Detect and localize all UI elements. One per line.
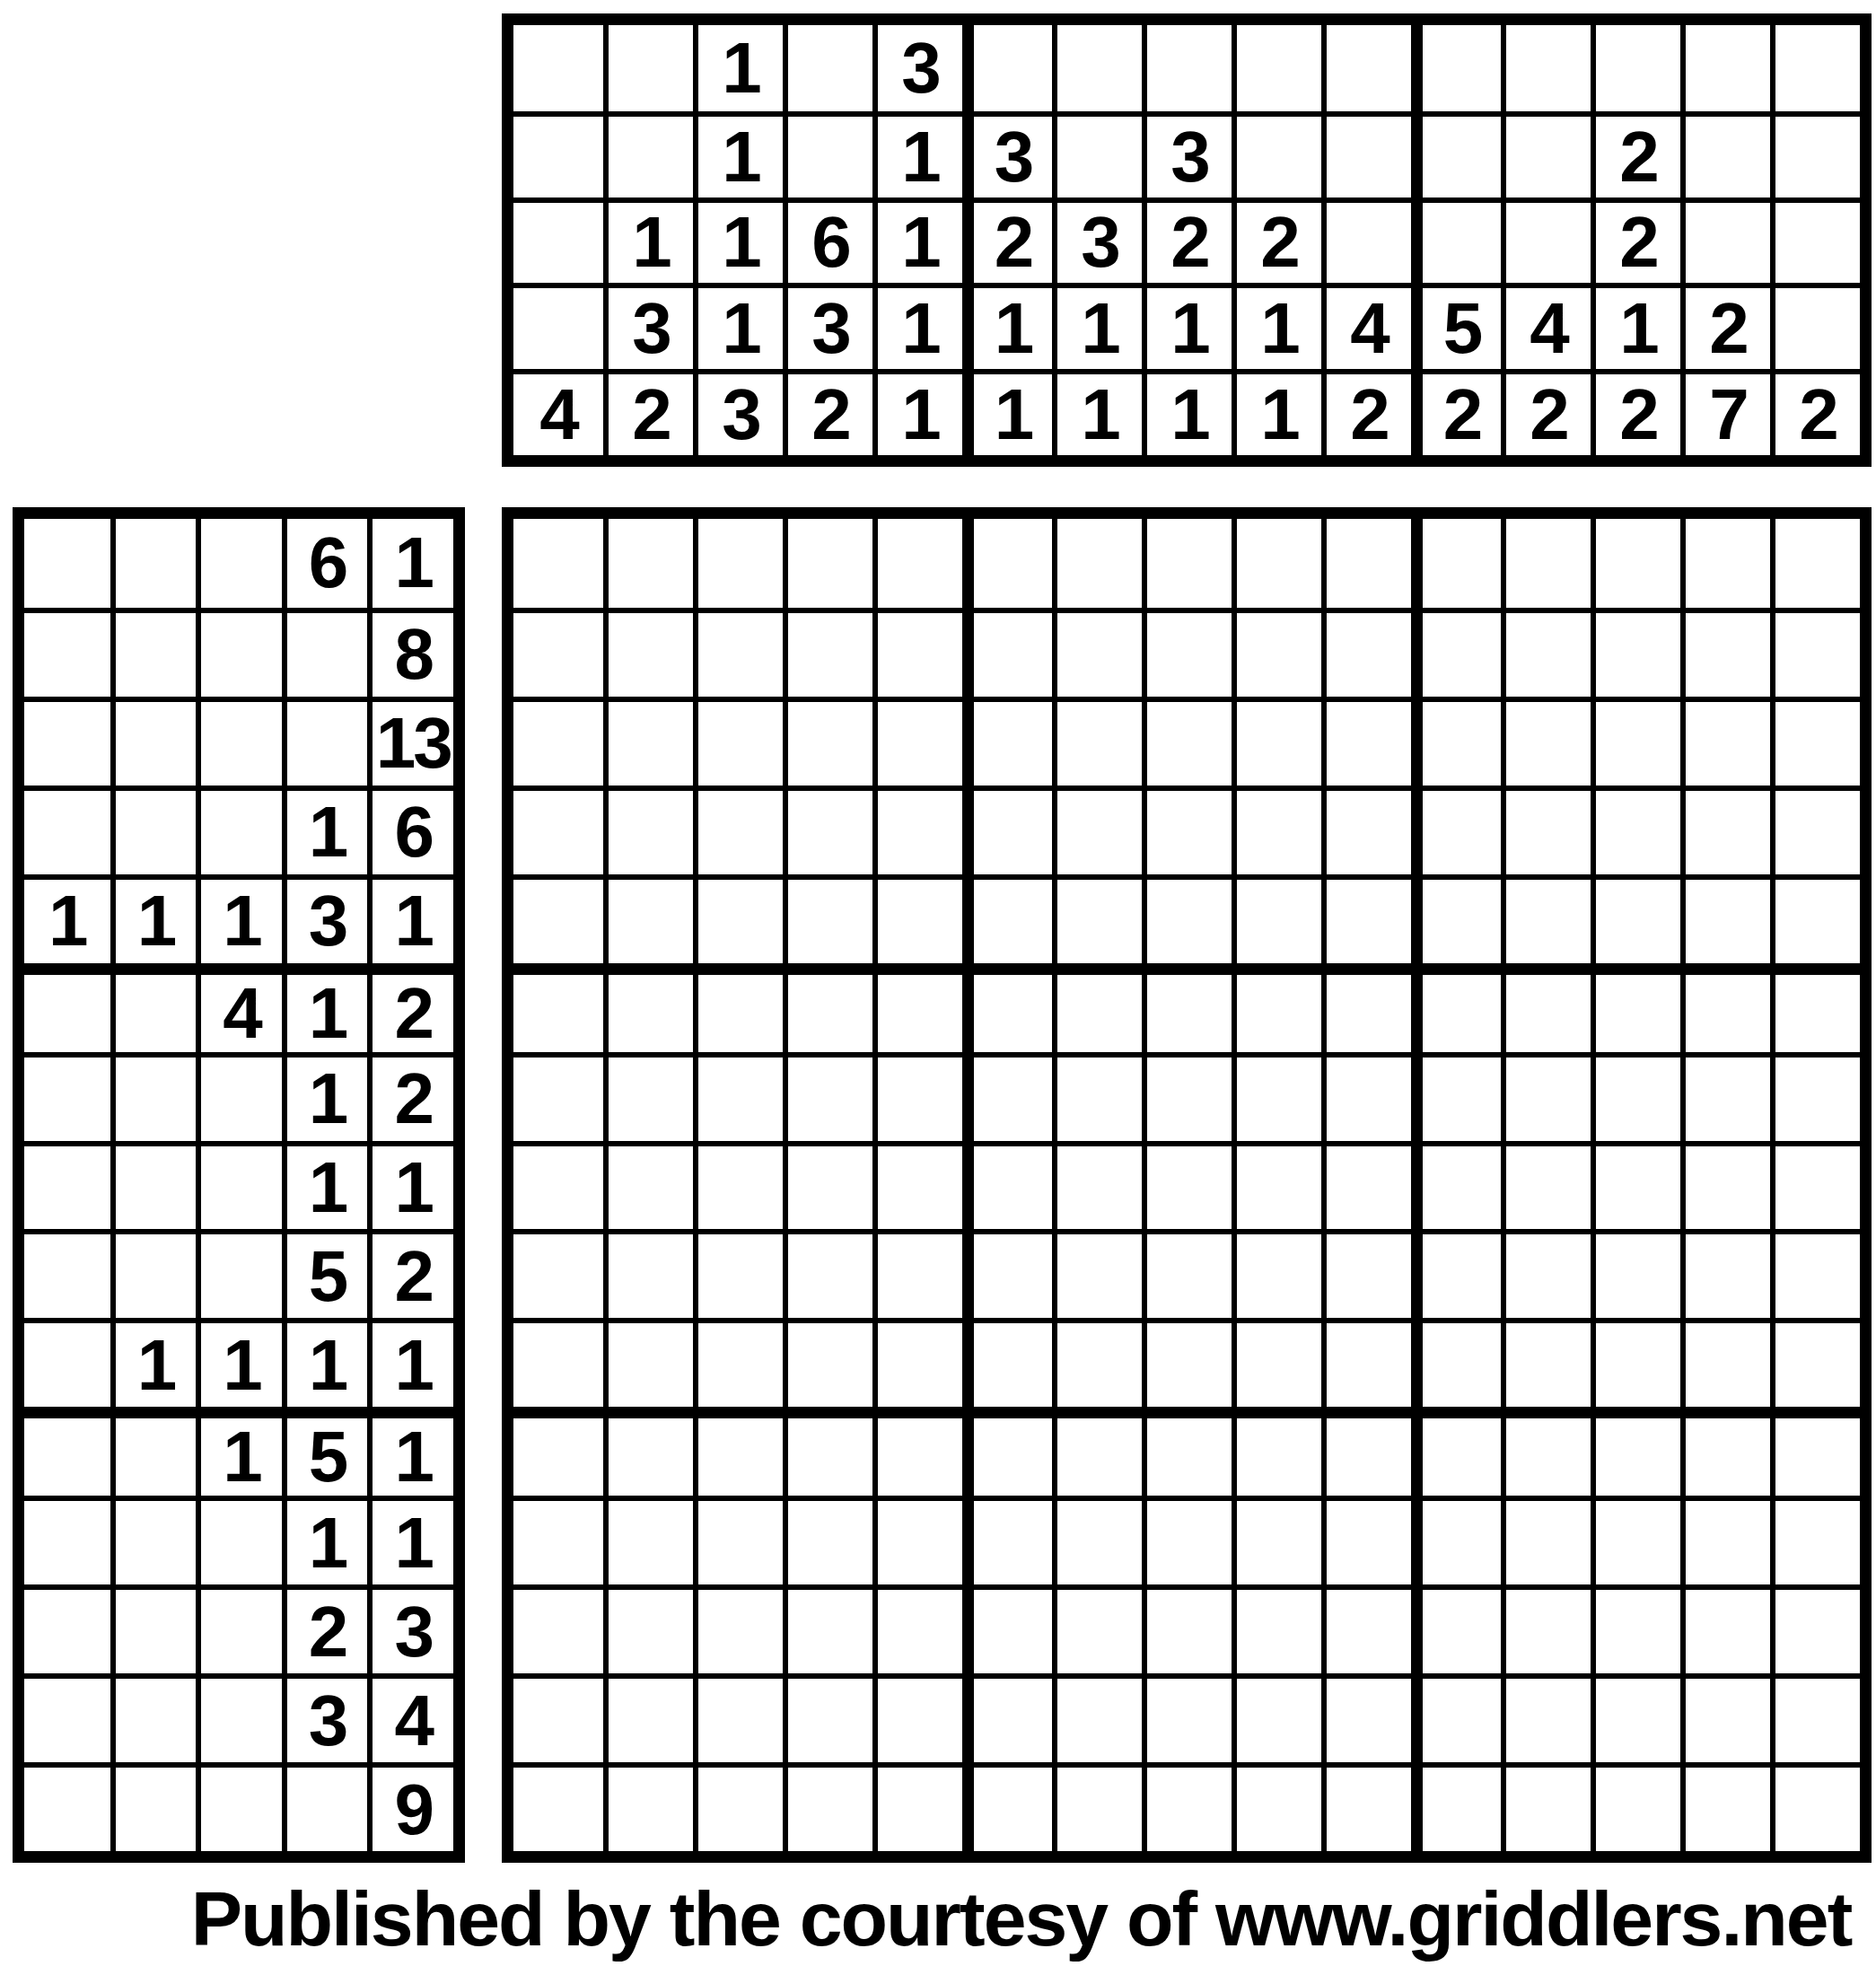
row-clue-cell: 2 xyxy=(367,1229,453,1318)
board-cell[interactable] xyxy=(1591,1407,1680,1496)
board-cell[interactable] xyxy=(1142,1407,1232,1496)
board-cell[interactable] xyxy=(603,608,693,697)
board-cell[interactable] xyxy=(1680,963,1770,1052)
column-clue-cell: 4 xyxy=(513,369,603,455)
board-cell[interactable] xyxy=(1232,608,1321,697)
board-cell[interactable] xyxy=(872,1673,962,1762)
board-cell[interactable] xyxy=(1232,786,1321,874)
board-cell[interactable] xyxy=(783,1673,872,1762)
board-cell[interactable] xyxy=(603,1496,693,1584)
column-clue-cell xyxy=(1591,25,1680,111)
board-cell[interactable] xyxy=(1770,1141,1860,1230)
board-cell[interactable] xyxy=(1321,1584,1411,1673)
board-cell[interactable] xyxy=(1052,519,1142,608)
board-cell[interactable] xyxy=(783,608,872,697)
row-clue-cell: 1 xyxy=(282,963,368,1052)
board-cell[interactable] xyxy=(872,1052,962,1141)
board-cell[interactable] xyxy=(1321,1141,1411,1230)
board-cell[interactable] xyxy=(603,1407,693,1496)
board-cell[interactable] xyxy=(603,1052,693,1141)
board-cell[interactable] xyxy=(1501,1496,1591,1584)
board-cell[interactable] xyxy=(603,963,693,1052)
board-cell[interactable] xyxy=(1591,1052,1680,1141)
board-cell[interactable] xyxy=(1232,1141,1321,1230)
board-cell[interactable] xyxy=(1321,874,1411,963)
board-cell[interactable] xyxy=(1770,1496,1860,1584)
board-cell[interactable] xyxy=(1680,1673,1770,1762)
board-cell[interactable] xyxy=(513,786,603,874)
board-cell[interactable] xyxy=(1680,697,1770,786)
column-clue-cell xyxy=(1770,283,1860,369)
row-clue-cell xyxy=(24,1496,110,1584)
board-cell[interactable] xyxy=(783,1141,872,1230)
board-cell[interactable] xyxy=(1770,1318,1860,1407)
board-cell[interactable] xyxy=(1321,697,1411,786)
board-cell[interactable] xyxy=(1680,874,1770,963)
board-cell[interactable] xyxy=(872,1229,962,1318)
board-cell[interactable] xyxy=(603,1584,693,1673)
column-clue-cell: 2 xyxy=(603,369,693,455)
column-clue-cell: 2 xyxy=(1591,197,1680,284)
board-cell[interactable] xyxy=(1232,874,1321,963)
board-cell[interactable] xyxy=(872,519,962,608)
board-cell[interactable] xyxy=(1501,1052,1591,1141)
column-clue-cell: 1 xyxy=(872,111,962,197)
board-cell[interactable] xyxy=(1411,608,1501,697)
board-cell[interactable] xyxy=(1501,1318,1591,1407)
board-cell[interactable] xyxy=(1680,1318,1770,1407)
board-cell[interactable] xyxy=(1591,519,1680,608)
board-cell[interactable] xyxy=(1052,1673,1142,1762)
board-cell[interactable] xyxy=(1501,608,1591,697)
board-cell[interactable] xyxy=(1411,1584,1501,1673)
board-cell[interactable] xyxy=(693,1229,783,1318)
board-cell[interactable] xyxy=(1232,1407,1321,1496)
board-cell[interactable] xyxy=(1411,1318,1501,1407)
board-cell[interactable] xyxy=(1052,608,1142,697)
board-cell[interactable] xyxy=(872,1584,962,1673)
board-cell[interactable] xyxy=(693,1052,783,1141)
board-cell[interactable] xyxy=(1052,1584,1142,1673)
column-clue-cell xyxy=(783,25,872,111)
row-clue-cell: 1 xyxy=(282,1052,368,1141)
row-clue-cell: 5 xyxy=(282,1229,368,1318)
board-cell[interactable] xyxy=(603,786,693,874)
board-cell[interactable] xyxy=(872,1762,962,1851)
board-cell[interactable] xyxy=(1321,1318,1411,1407)
column-clue-cell xyxy=(1680,25,1770,111)
row-clue-cell xyxy=(196,608,282,697)
column-clue-cell: 2 xyxy=(783,369,872,455)
board-cell[interactable] xyxy=(1411,697,1501,786)
board-cell[interactable] xyxy=(513,1229,603,1318)
board-cell[interactable] xyxy=(962,1762,1052,1851)
board-cell[interactable] xyxy=(1052,1496,1142,1584)
board-cell[interactable] xyxy=(1591,1318,1680,1407)
board-cell[interactable] xyxy=(1591,1673,1680,1762)
board-cell[interactable] xyxy=(1052,1229,1142,1318)
board-cell[interactable] xyxy=(603,697,693,786)
board-cell[interactable] xyxy=(872,1141,962,1230)
board-cell[interactable] xyxy=(603,874,693,963)
board-cell[interactable] xyxy=(1411,963,1501,1052)
board-cell[interactable] xyxy=(1770,519,1860,608)
board-cell[interactable] xyxy=(783,1229,872,1318)
board-cell[interactable] xyxy=(513,1407,603,1496)
row-clue-cell: 1 xyxy=(367,874,453,963)
row-clue-cell: 6 xyxy=(367,786,453,874)
board-cell[interactable] xyxy=(1501,874,1591,963)
board-cell[interactable] xyxy=(1232,1584,1321,1673)
board-cell[interactable] xyxy=(1591,963,1680,1052)
board-cell[interactable] xyxy=(1501,1141,1591,1230)
board-cell[interactable] xyxy=(1142,1141,1232,1230)
board-cell[interactable] xyxy=(962,1229,1052,1318)
board-cell[interactable] xyxy=(872,1318,962,1407)
board-cell[interactable] xyxy=(783,963,872,1052)
row-clue-cell: 1 xyxy=(24,874,110,963)
board-cell[interactable] xyxy=(872,1407,962,1496)
column-clue-cell: 3 xyxy=(693,369,783,455)
board-cell[interactable] xyxy=(1770,1584,1860,1673)
board-cell[interactable] xyxy=(513,697,603,786)
row-clue-cell: 8 xyxy=(367,608,453,697)
board-cell[interactable] xyxy=(513,1141,603,1230)
board-cell[interactable] xyxy=(1680,519,1770,608)
board-cell[interactable] xyxy=(1232,1496,1321,1584)
board-cell[interactable] xyxy=(1591,1762,1680,1851)
column-clue-cell: 1 xyxy=(1591,283,1680,369)
board-cell[interactable] xyxy=(1321,608,1411,697)
column-clue-cell xyxy=(1321,111,1411,197)
board-cell[interactable] xyxy=(1411,1762,1501,1851)
board-cell[interactable] xyxy=(1411,519,1501,608)
board-cell[interactable] xyxy=(693,697,783,786)
board-cell[interactable] xyxy=(1680,786,1770,874)
row-clue-cell xyxy=(24,1584,110,1673)
board-cell[interactable] xyxy=(1411,1229,1501,1318)
board-cell[interactable] xyxy=(962,697,1052,786)
board-cell[interactable] xyxy=(603,1141,693,1230)
row-clue-cell xyxy=(24,963,110,1052)
board-cell[interactable] xyxy=(1680,1762,1770,1851)
board-cell[interactable] xyxy=(1142,1762,1232,1851)
board-cell[interactable] xyxy=(603,1229,693,1318)
row-clue-cell xyxy=(196,519,282,608)
column-clue-cell xyxy=(1232,25,1321,111)
row-clue-cell xyxy=(24,1229,110,1318)
board-cell[interactable] xyxy=(513,608,603,697)
board-cell[interactable] xyxy=(783,1407,872,1496)
board-cell[interactable] xyxy=(693,1141,783,1230)
board-cell[interactable] xyxy=(872,786,962,874)
column-clue-cell: 1 xyxy=(1052,283,1142,369)
board-cell[interactable] xyxy=(693,1496,783,1584)
board-cell[interactable] xyxy=(1321,1496,1411,1584)
board-cell[interactable] xyxy=(1052,1052,1142,1141)
board-cell[interactable] xyxy=(1321,1762,1411,1851)
board-cell[interactable] xyxy=(783,1762,872,1851)
board-cell[interactable] xyxy=(962,874,1052,963)
board-cell[interactable] xyxy=(693,963,783,1052)
row-clue-cell: 3 xyxy=(367,1584,453,1673)
board-cell[interactable] xyxy=(1142,874,1232,963)
row-clue-cell xyxy=(110,786,197,874)
board-cell[interactable] xyxy=(1142,1052,1232,1141)
column-clue-cell: 1 xyxy=(1142,283,1232,369)
row-clue-cell: 3 xyxy=(282,1673,368,1762)
board-cell[interactable] xyxy=(1591,786,1680,874)
board-cell[interactable] xyxy=(693,1762,783,1851)
board-cell[interactable] xyxy=(603,1318,693,1407)
board-cell[interactable] xyxy=(1770,608,1860,697)
column-clue-cell: 2 xyxy=(1321,369,1411,455)
board-cell[interactable] xyxy=(1501,1229,1591,1318)
board-cell[interactable] xyxy=(1142,1496,1232,1584)
board-cell[interactable] xyxy=(872,608,962,697)
board-cell[interactable] xyxy=(1501,1584,1591,1673)
board-cell[interactable] xyxy=(513,1052,603,1141)
board-cell[interactable] xyxy=(1321,1673,1411,1762)
board-cell[interactable] xyxy=(693,1318,783,1407)
board-cell[interactable] xyxy=(513,1584,603,1673)
board-cell[interactable] xyxy=(1411,1496,1501,1584)
column-clue-cell xyxy=(513,111,603,197)
column-clue-cell xyxy=(1142,25,1232,111)
board-cell[interactable] xyxy=(1232,1318,1321,1407)
board-cell[interactable] xyxy=(1052,1318,1142,1407)
board-cell[interactable] xyxy=(1680,1052,1770,1141)
column-clue-cell xyxy=(1501,25,1591,111)
board-cell[interactable] xyxy=(1321,519,1411,608)
board-cell[interactable] xyxy=(1591,697,1680,786)
board-cell[interactable] xyxy=(1052,1762,1142,1851)
column-clue-cell: 2 xyxy=(1411,369,1501,455)
board-cell[interactable] xyxy=(1591,1584,1680,1673)
board-cell[interactable] xyxy=(603,1762,693,1851)
board-cell[interactable] xyxy=(1501,963,1591,1052)
board-cell[interactable] xyxy=(1142,1318,1232,1407)
board-cell[interactable] xyxy=(783,697,872,786)
board-cell[interactable] xyxy=(962,1052,1052,1141)
row-clue-cell xyxy=(110,608,197,697)
board-cell[interactable] xyxy=(1680,1496,1770,1584)
board-cell[interactable] xyxy=(1321,786,1411,874)
row-clue-cell xyxy=(196,1584,282,1673)
board-cell[interactable] xyxy=(1232,697,1321,786)
board-cell[interactable] xyxy=(1052,786,1142,874)
board-cell[interactable] xyxy=(1770,1052,1860,1141)
board-cell[interactable] xyxy=(1591,1229,1680,1318)
column-clue-cell xyxy=(1411,197,1501,284)
board-cell[interactable] xyxy=(1142,1229,1232,1318)
board-cell[interactable] xyxy=(1770,963,1860,1052)
board-cell[interactable] xyxy=(1770,874,1860,963)
board-cell[interactable] xyxy=(603,1673,693,1762)
credit-caption: Published by the courtesy of www.griddle… xyxy=(0,1874,1876,1963)
board-cell[interactable] xyxy=(1052,1141,1142,1230)
column-clue-cell: 2 xyxy=(1232,197,1321,284)
board-cell[interactable] xyxy=(1052,963,1142,1052)
row-clue-cell xyxy=(24,697,110,786)
row-clue-cell xyxy=(282,697,368,786)
board-cell[interactable] xyxy=(1770,1762,1860,1851)
board-cell[interactable] xyxy=(962,786,1052,874)
board-cell[interactable] xyxy=(1232,1052,1321,1141)
board-cell[interactable] xyxy=(1501,1673,1591,1762)
column-clue-cell xyxy=(1770,111,1860,197)
board-cell[interactable] xyxy=(962,519,1052,608)
board-cell[interactable] xyxy=(1052,874,1142,963)
board-cell[interactable] xyxy=(1411,874,1501,963)
row-clue-cell: 1 xyxy=(367,1318,453,1407)
row-clue-cell: 2 xyxy=(367,1052,453,1141)
board-cell[interactable] xyxy=(1142,786,1232,874)
board-cell[interactable] xyxy=(1142,697,1232,786)
board-cell[interactable] xyxy=(783,1584,872,1673)
column-clue-cell xyxy=(962,25,1052,111)
board-cell[interactable] xyxy=(1142,608,1232,697)
board-cell[interactable] xyxy=(513,1673,603,1762)
row-clue-cell xyxy=(196,1229,282,1318)
board-cell[interactable] xyxy=(783,874,872,963)
board-cell[interactable] xyxy=(693,1584,783,1673)
board-cell[interactable] xyxy=(1591,1141,1680,1230)
board-cell[interactable] xyxy=(962,1141,1052,1230)
column-clue-cell: 1 xyxy=(962,283,1052,369)
column-clue-cell: 1 xyxy=(1052,369,1142,455)
row-clue-cell xyxy=(110,1407,197,1496)
column-clue-cell xyxy=(783,111,872,197)
board-cell[interactable] xyxy=(1501,697,1591,786)
board-cell[interactable] xyxy=(693,786,783,874)
board-cell[interactable] xyxy=(1142,1673,1232,1762)
board-cell[interactable] xyxy=(783,1496,872,1584)
board-cell[interactable] xyxy=(962,1496,1052,1584)
column-clue-cell xyxy=(1321,197,1411,284)
board-cell[interactable] xyxy=(1770,786,1860,874)
row-clue-cell xyxy=(196,1141,282,1230)
board-cell[interactable] xyxy=(1501,786,1591,874)
board-cell[interactable] xyxy=(1321,1052,1411,1141)
board-cell[interactable] xyxy=(872,874,962,963)
column-clue-cell: 3 xyxy=(962,111,1052,197)
row-clue-cell: 1 xyxy=(282,786,368,874)
board-cell[interactable] xyxy=(513,963,603,1052)
board-cell[interactable] xyxy=(1770,697,1860,786)
board-cell[interactable] xyxy=(513,1496,603,1584)
board-cell[interactable] xyxy=(1232,963,1321,1052)
board-cell[interactable] xyxy=(1142,963,1232,1052)
board-cell[interactable] xyxy=(783,1318,872,1407)
row-clue-cell: 1 xyxy=(367,1407,453,1496)
row-clue-cell: 1 xyxy=(367,519,453,608)
board-cell[interactable] xyxy=(1142,1584,1232,1673)
row-clue-cell: 4 xyxy=(196,963,282,1052)
board-cell[interactable] xyxy=(1770,1407,1860,1496)
board-cell[interactable] xyxy=(1680,1584,1770,1673)
board-cell[interactable] xyxy=(783,786,872,874)
row-clue-cell xyxy=(110,519,197,608)
board-cell[interactable] xyxy=(513,1762,603,1851)
board-cell[interactable] xyxy=(1411,1407,1501,1496)
board-cell[interactable] xyxy=(693,1407,783,1496)
board-cell[interactable] xyxy=(872,697,962,786)
row-clue-cell xyxy=(196,786,282,874)
board-cell[interactable] xyxy=(1501,519,1591,608)
board-cell[interactable] xyxy=(693,874,783,963)
board-cell[interactable] xyxy=(513,519,603,608)
row-clue-cell xyxy=(24,1141,110,1230)
board-cell[interactable] xyxy=(1770,1229,1860,1318)
row-clue-cell: 1 xyxy=(196,874,282,963)
board-cell[interactable] xyxy=(1052,697,1142,786)
board-cell[interactable] xyxy=(1232,1673,1321,1762)
board-cell[interactable] xyxy=(1770,1673,1860,1762)
row-clue-cell xyxy=(110,1673,197,1762)
board-cell[interactable] xyxy=(1321,963,1411,1052)
row-clue-cell xyxy=(110,1496,197,1584)
board-cell[interactable] xyxy=(693,608,783,697)
board-cell[interactable] xyxy=(1321,1229,1411,1318)
board-cell[interactable] xyxy=(962,1584,1052,1673)
board-cell[interactable] xyxy=(1680,1407,1770,1496)
board-cell[interactable] xyxy=(962,608,1052,697)
column-clue-cell xyxy=(1411,25,1501,111)
column-clue-cell: 1 xyxy=(693,283,783,369)
column-clue-cell: 1 xyxy=(693,197,783,284)
board-cell[interactable] xyxy=(1411,1673,1501,1762)
board-cell[interactable] xyxy=(693,519,783,608)
row-clue-cell xyxy=(110,1762,197,1851)
board-cell[interactable] xyxy=(1232,1229,1321,1318)
board-cell[interactable] xyxy=(1232,519,1321,608)
board-cell[interactable] xyxy=(962,1673,1052,1762)
row-clue-cell xyxy=(282,608,368,697)
board-cell[interactable] xyxy=(1142,519,1232,608)
board-cell[interactable] xyxy=(1321,1407,1411,1496)
board-cell[interactable] xyxy=(962,1318,1052,1407)
board-cell[interactable] xyxy=(1680,608,1770,697)
board-cell[interactable] xyxy=(1411,786,1501,874)
board-cell[interactable] xyxy=(783,519,872,608)
board-cell[interactable] xyxy=(693,1673,783,1762)
board-cell[interactable] xyxy=(603,519,693,608)
board-cell[interactable] xyxy=(962,963,1052,1052)
board-cell[interactable] xyxy=(513,874,603,963)
board-cell[interactable] xyxy=(1501,1407,1591,1496)
board-cell[interactable] xyxy=(872,963,962,1052)
board-cell[interactable] xyxy=(962,1407,1052,1496)
column-clue-cell: 1 xyxy=(872,369,962,455)
board-cell[interactable] xyxy=(1411,1052,1501,1141)
column-clue-cell xyxy=(513,25,603,111)
board-cell[interactable] xyxy=(872,1496,962,1584)
board-cell[interactable] xyxy=(1591,1496,1680,1584)
board-cell[interactable] xyxy=(1411,1141,1501,1230)
board-cell[interactable] xyxy=(1591,608,1680,697)
board-cell[interactable] xyxy=(1232,1762,1321,1851)
board-cell[interactable] xyxy=(1591,874,1680,963)
board-cell[interactable] xyxy=(1052,1407,1142,1496)
board-cell[interactable] xyxy=(783,1052,872,1141)
board-cell[interactable] xyxy=(1680,1141,1770,1230)
board-cell[interactable] xyxy=(1501,1762,1591,1851)
row-clue-cell: 1 xyxy=(367,1141,453,1230)
board-cell[interactable] xyxy=(513,1318,603,1407)
board-cell[interactable] xyxy=(1680,1229,1770,1318)
row-clue-cell: 1 xyxy=(282,1318,368,1407)
